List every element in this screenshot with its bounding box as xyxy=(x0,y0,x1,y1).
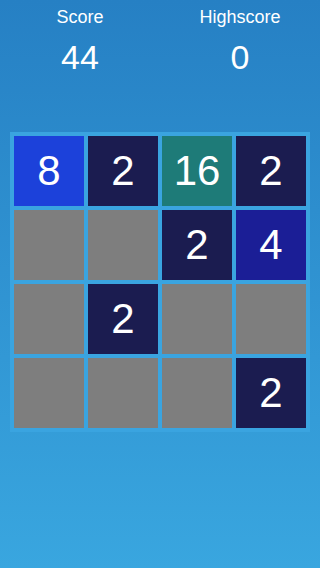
empty-cell-r3c0 xyxy=(14,358,84,428)
game-board[interactable]: 821622422 xyxy=(10,132,310,432)
tile-16-r0c2: 16 xyxy=(162,136,232,206)
empty-cell-r1c0 xyxy=(14,210,84,280)
tile-2-r3c3: 2 xyxy=(236,358,306,428)
score-block: Score 44 xyxy=(0,7,160,75)
empty-cell-r3c1 xyxy=(88,358,158,428)
score-panel: Score 44 Highscore 0 xyxy=(0,0,320,75)
empty-cell-r2c0 xyxy=(14,284,84,354)
highscore-block: Highscore 0 xyxy=(160,7,320,75)
tile-2-r2c1: 2 xyxy=(88,284,158,354)
tile-2-r0c3: 2 xyxy=(236,136,306,206)
highscore-value: 0 xyxy=(231,39,250,75)
tile-2-r0c1: 2 xyxy=(88,136,158,206)
empty-cell-r1c1 xyxy=(88,210,158,280)
score-label: Score xyxy=(56,7,103,28)
empty-cell-r2c2 xyxy=(162,284,232,354)
tile-2-r1c2: 2 xyxy=(162,210,232,280)
tile-8-r0c0: 8 xyxy=(14,136,84,206)
empty-cell-r3c2 xyxy=(162,358,232,428)
highscore-label: Highscore xyxy=(199,7,280,28)
score-value: 44 xyxy=(61,39,99,75)
empty-cell-r2c3 xyxy=(236,284,306,354)
tile-4-r1c3: 4 xyxy=(236,210,306,280)
